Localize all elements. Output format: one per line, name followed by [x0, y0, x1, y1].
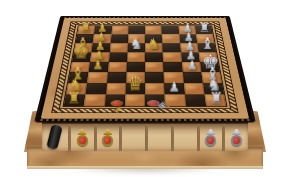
silver-pawn[interactable]: ♟ — [186, 59, 197, 71]
square-d1[interactable] — [125, 94, 145, 106]
square-e1[interactable]: ♛ — [145, 94, 165, 106]
box-base-edge — [27, 166, 263, 169]
chess-set-product-photo: ♟♟♟♟ ♜♟♟♜♟♟♝♟♞♞♟♝♚♟♟♟♟♚♝♝♞♛♟♞♜♟♛♜ — [0, 0, 290, 177]
gold-queen[interactable]: ♛ — [126, 74, 143, 93]
square-g4[interactable]: ♟ — [182, 62, 202, 72]
square-b1[interactable] — [84, 94, 105, 106]
square-c4[interactable] — [108, 62, 127, 72]
square-g2[interactable] — [183, 83, 204, 94]
square-b2[interactable] — [86, 83, 107, 94]
square-e2[interactable] — [145, 83, 165, 94]
silver-pawn[interactable]: ♟ — [169, 81, 181, 94]
square-f2[interactable]: ♟ — [164, 83, 184, 94]
square-b4[interactable]: ♟ — [89, 62, 109, 72]
square-f1[interactable] — [165, 94, 186, 106]
square-e3[interactable] — [145, 72, 164, 83]
gold-pawn[interactable]: ♟ — [93, 59, 104, 71]
silver-rook[interactable]: ♜ — [209, 90, 223, 106]
square-a1[interactable]: ♜ — [64, 94, 86, 106]
square-c1[interactable]: ♟ — [104, 94, 125, 106]
square-e4[interactable] — [145, 62, 164, 72]
square-f4[interactable] — [163, 62, 182, 72]
square-g3[interactable] — [182, 72, 202, 83]
square-g1[interactable] — [185, 94, 206, 106]
square-h1[interactable]: ♜ — [204, 94, 226, 106]
gold-rook[interactable]: ♜ — [67, 90, 81, 106]
square-d4[interactable] — [126, 62, 145, 72]
chess-board: ♜♟♟♜♟♟♝♟♞♞♟♝♚♟♟♟♟♚♝♝♞♛♟♞♜♟♛♜ — [35, 16, 254, 121]
square-b3[interactable] — [87, 72, 107, 83]
square-c2[interactable] — [105, 83, 125, 94]
board-3d-wrap: ♜♟♟♜♟♟♝♟♞♞♟♝♚♟♟♟♟♚♝♝♞♛♟♞♜♟♛♜ — [50, 0, 240, 157]
square-d2[interactable]: ♛ — [125, 83, 145, 94]
square-c3[interactable] — [107, 72, 127, 83]
